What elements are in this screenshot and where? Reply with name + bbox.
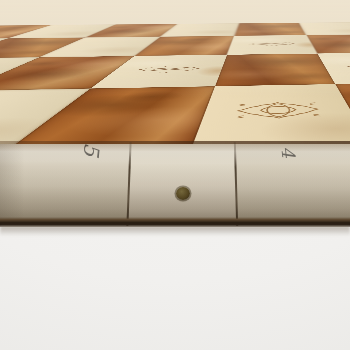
- bone-square: [227, 35, 317, 55]
- lotus-motif-icon: [217, 100, 340, 122]
- edge-segment: 4: [236, 144, 350, 220]
- board-surface: [0, 0, 350, 151]
- wood-square: [215, 54, 335, 87]
- edge-coordinate-label: 4: [278, 145, 297, 158]
- brass-pin: [176, 187, 190, 200]
- wood-square: [234, 23, 306, 36]
- bone-square: [299, 22, 350, 35]
- bone-square: [191, 84, 350, 149]
- board-edge: 5 4: [0, 144, 350, 220]
- chessboard-photo: 5 4: [0, 0, 350, 350]
- cast-shadow: [0, 226, 350, 236]
- edge-coordinate-label: 5: [80, 142, 102, 157]
- cross-rosette-motif-icon: [338, 62, 350, 71]
- edge-segment: 5: [0, 144, 129, 220]
- cross-rosette-motif-icon: [127, 65, 208, 74]
- cross-rosette-motif-icon: [243, 41, 301, 46]
- board-grid: [0, 21, 350, 151]
- edge-segment: [129, 144, 236, 220]
